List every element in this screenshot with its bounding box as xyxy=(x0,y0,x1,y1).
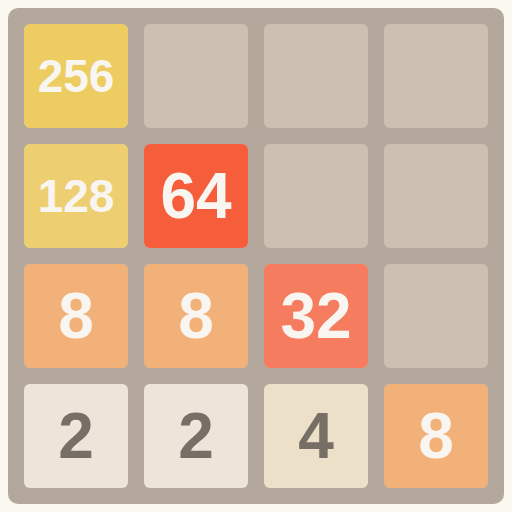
grid-cell: 128 xyxy=(24,144,128,248)
empty-cell xyxy=(384,24,488,128)
tile-2: 2 xyxy=(144,384,248,488)
grid-cell: 4 xyxy=(264,384,368,488)
tile-32: 32 xyxy=(264,264,368,368)
empty-cell xyxy=(384,144,488,248)
tile-8: 8 xyxy=(384,384,488,488)
grid-cell: 2 xyxy=(144,384,248,488)
tile-256: 256 xyxy=(24,24,128,128)
tile-2: 2 xyxy=(24,384,128,488)
grid-cell: 64 xyxy=(144,144,248,248)
grid-cell: 2 xyxy=(24,384,128,488)
grid-cell: 256 xyxy=(24,24,128,128)
empty-cell xyxy=(384,264,488,368)
empty-cell xyxy=(264,144,368,248)
empty-cell xyxy=(144,24,248,128)
grid-cell: 8 xyxy=(144,264,248,368)
tile-128: 128 xyxy=(24,144,128,248)
tile-8: 8 xyxy=(144,264,248,368)
grid-cell: 32 xyxy=(264,264,368,368)
game-board-2048[interactable]: 2561286488322248 xyxy=(8,8,504,504)
tile-8: 8 xyxy=(24,264,128,368)
tile-64: 64 xyxy=(144,144,248,248)
grid-cell: 8 xyxy=(24,264,128,368)
grid-cell: 8 xyxy=(384,384,488,488)
empty-cell xyxy=(264,24,368,128)
tile-4: 4 xyxy=(264,384,368,488)
